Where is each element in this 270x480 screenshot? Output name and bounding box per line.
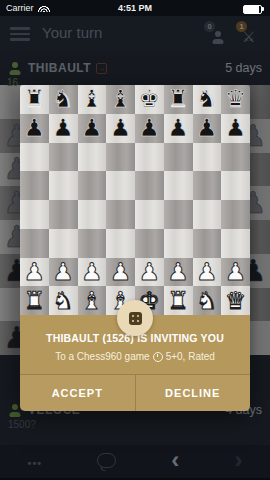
time-control-label: 5+0, Rated bbox=[166, 351, 215, 362]
board-cell bbox=[20, 143, 49, 172]
white-pawn: ♟ bbox=[81, 260, 103, 284]
board-cell bbox=[221, 143, 250, 172]
board-cell: ♟ bbox=[193, 114, 222, 143]
board-cell: ♞ bbox=[49, 85, 78, 114]
clock-icon bbox=[153, 352, 163, 362]
black-pawn: ♟ bbox=[110, 116, 132, 140]
black-rook: ♜ bbox=[167, 87, 189, 111]
white-pawn: ♟ bbox=[196, 260, 218, 284]
white-queen: ♛ bbox=[225, 289, 247, 313]
board-cell: ♜ bbox=[164, 286, 193, 315]
board-cell bbox=[135, 200, 164, 229]
black-pawn: ♟ bbox=[225, 116, 247, 140]
battery-icon bbox=[243, 5, 262, 14]
board-cell: ♟ bbox=[221, 114, 250, 143]
board-cell bbox=[106, 171, 135, 200]
board-cell bbox=[49, 229, 78, 258]
board-cell bbox=[78, 171, 107, 200]
white-pawn: ♟ bbox=[24, 260, 46, 284]
black-pawn: ♟ bbox=[167, 116, 189, 140]
dialog-subtitle: To a Chess960 game 5+0, Rated bbox=[20, 351, 250, 362]
board-cell: ♟ bbox=[164, 114, 193, 143]
board-cell bbox=[20, 200, 49, 229]
black-knight: ♞ bbox=[196, 87, 218, 111]
board-cell bbox=[193, 171, 222, 200]
challenge-board: ♜♞♝♝♚♜♞♛♟♟♟♟♟♟♟♟♟♟♟♟♟♟♟♟♜♞♝♝♚♜♞♛ bbox=[20, 85, 250, 315]
black-king: ♚ bbox=[139, 87, 161, 111]
board-cell bbox=[20, 229, 49, 258]
black-pawn: ♟ bbox=[139, 116, 161, 140]
board-cell bbox=[78, 143, 107, 172]
board-cell bbox=[78, 229, 107, 258]
board-cell bbox=[221, 171, 250, 200]
black-knight: ♞ bbox=[52, 87, 74, 111]
black-rook: ♜ bbox=[24, 87, 46, 111]
board-cell: ♞ bbox=[193, 286, 222, 315]
board-cell bbox=[20, 171, 49, 200]
board-cell: ♜ bbox=[20, 85, 49, 114]
white-pawn: ♟ bbox=[110, 260, 132, 284]
board-cell: ♟ bbox=[49, 114, 78, 143]
variant-badge bbox=[117, 300, 153, 336]
board-cell: ♟ bbox=[135, 258, 164, 287]
board-cell: ♞ bbox=[49, 286, 78, 315]
white-knight: ♞ bbox=[52, 289, 74, 313]
board-cell bbox=[164, 229, 193, 258]
board-cell: ♟ bbox=[20, 258, 49, 287]
board-cell bbox=[49, 171, 78, 200]
board-cell: ♟ bbox=[193, 258, 222, 287]
board-cell bbox=[106, 143, 135, 172]
black-bishop: ♝ bbox=[81, 87, 103, 111]
board-cell: ♞ bbox=[193, 85, 222, 114]
white-knight: ♞ bbox=[196, 289, 218, 313]
status-bar: Carrier 4:51 PM bbox=[0, 0, 270, 16]
board-cell bbox=[106, 229, 135, 258]
board-cell: ♛ bbox=[221, 85, 250, 114]
black-pawn: ♟ bbox=[24, 116, 46, 140]
chess960-die-icon bbox=[129, 312, 142, 325]
board-cell: ♟ bbox=[164, 258, 193, 287]
board-cell: ♛ bbox=[221, 286, 250, 315]
board-cell bbox=[193, 229, 222, 258]
board-cell bbox=[49, 143, 78, 172]
statusbar-clock-label: 4:51 PM bbox=[0, 3, 270, 13]
board-cell bbox=[49, 200, 78, 229]
white-bishop: ♝ bbox=[81, 289, 103, 313]
white-pawn: ♟ bbox=[52, 260, 74, 284]
board-cell bbox=[221, 229, 250, 258]
board-cell bbox=[164, 143, 193, 172]
white-pawn: ♟ bbox=[167, 260, 189, 284]
black-queen: ♛ bbox=[225, 87, 247, 111]
board-cell bbox=[135, 229, 164, 258]
board-cell: ♟ bbox=[49, 258, 78, 287]
accept-button[interactable]: ACCEPT bbox=[20, 375, 135, 411]
decline-button[interactable]: DECLINE bbox=[135, 375, 251, 411]
board-cell bbox=[135, 143, 164, 172]
challenge-popup: ♜♞♝♝♚♜♞♛♟♟♟♟♟♟♟♟♟♟♟♟♟♟♟♟♜♞♝♝♚♜♞♛ THIBAUL… bbox=[20, 85, 250, 411]
board-cell: ♟ bbox=[78, 114, 107, 143]
board-cell bbox=[164, 200, 193, 229]
board-cell: ♟ bbox=[78, 258, 107, 287]
black-pawn: ♟ bbox=[52, 116, 74, 140]
board-cell bbox=[106, 200, 135, 229]
board-cell: ♟ bbox=[20, 114, 49, 143]
phone-screen: Carrier 4:51 PM Your turn 0 ⚔ 1 THIBAULT… bbox=[0, 0, 270, 480]
black-pawn: ♟ bbox=[81, 116, 103, 140]
board-cell bbox=[135, 171, 164, 200]
board-cell bbox=[193, 200, 222, 229]
board-cell: ♟ bbox=[135, 114, 164, 143]
board-cell: ♟ bbox=[106, 258, 135, 287]
white-pawn: ♟ bbox=[139, 260, 161, 284]
board-cell bbox=[221, 200, 250, 229]
black-bishop: ♝ bbox=[110, 87, 132, 111]
black-pawn: ♟ bbox=[196, 116, 218, 140]
white-pawn: ♟ bbox=[225, 260, 247, 284]
board-cell: ♝ bbox=[106, 85, 135, 114]
board-cell: ♜ bbox=[164, 85, 193, 114]
board-cell: ♚ bbox=[135, 85, 164, 114]
board-cell bbox=[193, 143, 222, 172]
board-cell bbox=[164, 171, 193, 200]
board-cell: ♝ bbox=[78, 85, 107, 114]
board-cell: ♝ bbox=[78, 286, 107, 315]
white-rook: ♜ bbox=[24, 289, 46, 313]
board-cell: ♟ bbox=[106, 114, 135, 143]
dialog-buttons: ACCEPT DECLINE bbox=[20, 374, 250, 411]
board-cell: ♟ bbox=[221, 258, 250, 287]
board-cell: ♜ bbox=[20, 286, 49, 315]
subtitle-text: To a Chess960 game bbox=[55, 351, 150, 362]
board-cell bbox=[78, 200, 107, 229]
white-rook: ♜ bbox=[167, 289, 189, 313]
